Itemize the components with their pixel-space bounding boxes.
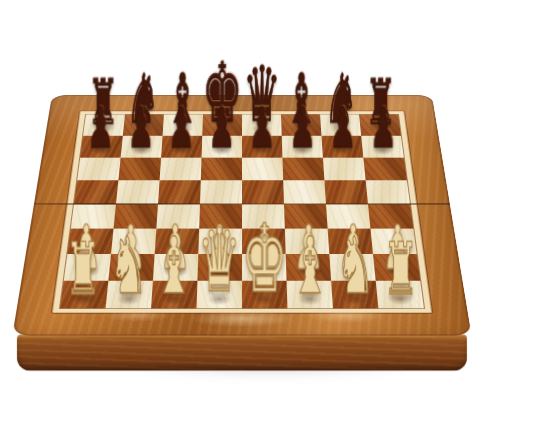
square-d7	[202, 136, 242, 158]
square-a5	[74, 180, 118, 204]
cell-g1: ♞	[331, 280, 378, 308]
square-b5	[116, 180, 160, 204]
box-front-side	[17, 334, 467, 370]
white-king: ♚	[241, 211, 288, 305]
white-bishop: ♝	[291, 227, 330, 305]
cell-e1: ♚	[242, 280, 287, 308]
square-c7	[161, 136, 202, 158]
cell-c1: ♝	[151, 280, 197, 308]
square-g8	[320, 114, 361, 135]
square-g5	[324, 180, 368, 204]
square-c6	[160, 158, 202, 181]
chess-set-photo: ♜♞♝♚♛♝♞♜♟♟♟♟♟♟♟♟♟♟♟♟♟♟♟♟♜♞♝♛♚♝♞♜	[0, 0, 533, 422]
cell-b1: ♞	[106, 280, 153, 308]
white-rook: ♜	[383, 233, 419, 305]
square-h5	[366, 180, 410, 204]
white-knight: ♞	[109, 227, 148, 305]
square-c5	[158, 180, 201, 204]
square-b6	[118, 158, 161, 181]
square-d6	[201, 158, 242, 181]
white-queen: ♛	[198, 218, 241, 306]
white-knight: ♞	[336, 227, 375, 305]
white-rook: ♜	[65, 233, 101, 305]
cell-a1: ♜	[60, 280, 108, 308]
square-d8	[202, 114, 242, 135]
square-e6	[242, 158, 283, 181]
square-f6	[282, 158, 324, 181]
square-e5	[242, 180, 284, 204]
square-f5	[283, 180, 326, 204]
square-a7	[80, 136, 123, 158]
square-h6	[363, 158, 406, 181]
square-a6	[77, 158, 120, 181]
white-bishop: ♝	[155, 227, 194, 305]
square-h7	[361, 136, 404, 158]
square-a8	[83, 114, 125, 135]
square-d5	[200, 180, 242, 204]
square-h8	[359, 114, 401, 135]
square-f7	[282, 136, 323, 158]
folding-chess-board: ♜♞♝♚♛♝♞♜♟♟♟♟♟♟♟♟♟♟♟♟♟♟♟♟♜♞♝♛♚♝♞♜	[12, 95, 471, 336]
square-g7	[321, 136, 363, 158]
cell-f1: ♝	[287, 280, 333, 308]
square-b7	[121, 136, 163, 158]
square-g6	[323, 158, 366, 181]
square-e8	[242, 114, 282, 135]
cell-d1: ♛	[197, 280, 242, 308]
square-b8	[123, 114, 164, 135]
cell-h1: ♜	[376, 280, 424, 308]
square-f8	[281, 114, 321, 135]
square-e7	[242, 136, 282, 158]
square-c8	[163, 114, 203, 135]
